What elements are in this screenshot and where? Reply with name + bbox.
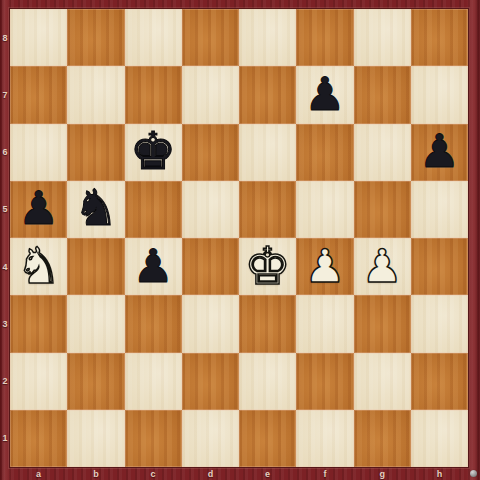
square-a3[interactable] [10,295,67,352]
square-g5[interactable] [354,181,411,238]
square-a1[interactable] [10,410,67,467]
square-g3[interactable] [354,295,411,352]
file-label-c: c [125,467,182,480]
square-d1[interactable] [182,410,239,467]
square-g2[interactable] [354,353,411,410]
square-b6[interactable] [67,124,124,181]
square-a7[interactable] [10,66,67,123]
square-h8[interactable] [411,9,468,66]
square-h7[interactable] [411,66,468,123]
black-pawn[interactable]: ♟ [133,243,174,289]
square-c6[interactable]: ♚ [125,124,182,181]
square-c8[interactable] [125,9,182,66]
file-label-a: a [10,467,67,480]
file-label-d: d [182,467,239,480]
square-d5[interactable] [182,181,239,238]
square-a6[interactable] [10,124,67,181]
black-pawn[interactable]: ♟ [419,128,460,174]
black-pawn[interactable]: ♟ [18,185,59,231]
file-label-e: e [239,467,296,480]
square-h2[interactable] [411,353,468,410]
square-e6[interactable] [239,124,296,181]
square-g7[interactable] [354,66,411,123]
square-f8[interactable] [296,9,353,66]
rank-label-1: 1 [0,410,10,467]
rank-label-8: 8 [0,9,10,66]
square-d6[interactable] [182,124,239,181]
square-b3[interactable] [67,295,124,352]
chess-board: ♟♚♟♟♞♞♟♚♟♟ [10,9,468,467]
white-knight[interactable]: ♞ [16,241,61,291]
square-f4[interactable]: ♟ [296,238,353,295]
black-king[interactable]: ♚ [130,125,177,177]
square-c7[interactable] [125,66,182,123]
square-g1[interactable] [354,410,411,467]
square-f6[interactable] [296,124,353,181]
square-d3[interactable] [182,295,239,352]
square-a8[interactable] [10,9,67,66]
rank-labels: 87654321 [0,9,10,467]
rank-label-5: 5 [0,181,10,238]
square-c5[interactable] [125,181,182,238]
square-a2[interactable] [10,353,67,410]
square-g8[interactable] [354,9,411,66]
square-d8[interactable] [182,9,239,66]
square-f5[interactable] [296,181,353,238]
square-b8[interactable] [67,9,124,66]
file-label-b: b [67,467,124,480]
rank-label-7: 7 [0,66,10,123]
square-h3[interactable] [411,295,468,352]
square-c1[interactable] [125,410,182,467]
square-h1[interactable] [411,410,468,467]
square-d7[interactable] [182,66,239,123]
square-b2[interactable] [67,353,124,410]
rank-label-2: 2 [0,353,10,410]
file-label-g: g [354,467,411,480]
square-h5[interactable] [411,181,468,238]
square-f2[interactable] [296,353,353,410]
square-e3[interactable] [239,295,296,352]
square-f3[interactable] [296,295,353,352]
square-e1[interactable] [239,410,296,467]
square-c3[interactable] [125,295,182,352]
square-h4[interactable] [411,238,468,295]
square-e2[interactable] [239,353,296,410]
black-knight[interactable]: ♞ [73,183,118,233]
square-f7[interactable]: ♟ [296,66,353,123]
square-e7[interactable] [239,66,296,123]
square-d2[interactable] [182,353,239,410]
square-d4[interactable] [182,238,239,295]
square-b5[interactable]: ♞ [67,181,124,238]
chess-board-frame: 87654321 ♟♚♟♟♞♞♟♚♟♟ abcdefgh [0,0,480,480]
square-h6[interactable]: ♟ [411,124,468,181]
square-e8[interactable] [239,9,296,66]
white-pawn[interactable]: ♟ [362,243,403,289]
file-label-h: h [411,467,468,480]
square-c4[interactable]: ♟ [125,238,182,295]
file-labels: abcdefgh [10,467,468,480]
square-e4[interactable]: ♚ [239,238,296,295]
square-g4[interactable]: ♟ [354,238,411,295]
square-b4[interactable] [67,238,124,295]
rank-label-4: 4 [0,238,10,295]
square-a4[interactable]: ♞ [10,238,67,295]
square-b7[interactable] [67,66,124,123]
square-c2[interactable] [125,353,182,410]
square-f1[interactable] [296,410,353,467]
white-pawn[interactable]: ♟ [304,243,345,289]
square-g6[interactable] [354,124,411,181]
square-b1[interactable] [67,410,124,467]
square-a5[interactable]: ♟ [10,181,67,238]
rank-label-3: 3 [0,295,10,352]
rank-label-6: 6 [0,124,10,181]
square-e5[interactable] [239,181,296,238]
corner-dot [470,470,477,477]
white-king[interactable]: ♚ [244,240,291,292]
file-label-f: f [296,467,353,480]
black-pawn[interactable]: ♟ [304,71,345,117]
